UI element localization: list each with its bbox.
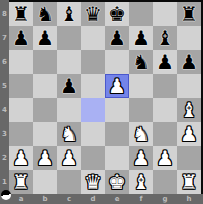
- board: ♜♞♝♛♚♜♟♟♟♟♝♞♟♟♟♟♝♞♞♟♟♟♟♟♟♜♛♚♝♜: [9, 2, 201, 194]
- file-label-d: d: [81, 194, 105, 204]
- square-g1[interactable]: [153, 170, 177, 194]
- square-f4[interactable]: [129, 98, 153, 122]
- square-d8[interactable]: ♛: [81, 2, 105, 26]
- square-a6[interactable]: [9, 50, 33, 74]
- black-knight[interactable]: ♞: [36, 2, 54, 26]
- square-e3[interactable]: [105, 122, 129, 146]
- square-c2[interactable]: ♟: [57, 146, 81, 170]
- square-b5[interactable]: [33, 74, 57, 98]
- black-pawn[interactable]: ♟: [108, 26, 126, 50]
- square-b1[interactable]: [33, 170, 57, 194]
- square-d1[interactable]: ♛: [81, 170, 105, 194]
- black-pawn[interactable]: ♟: [132, 26, 150, 50]
- square-e4[interactable]: [105, 98, 129, 122]
- file-label-g: g: [153, 194, 177, 204]
- black-queen[interactable]: ♛: [84, 2, 102, 26]
- square-a5[interactable]: [9, 74, 33, 98]
- square-c6[interactable]: [57, 50, 81, 74]
- file-label-a: a: [9, 194, 33, 204]
- square-d2[interactable]: [81, 146, 105, 170]
- chess-board-app: 87654321 ♜♞♝♛♚♜♟♟♟♟♝♞♟♟♟♟♝♞♞♟♟♟♟♟♟♜♛♚♝♜ …: [0, 0, 203, 204]
- white-knight[interactable]: ♞: [60, 122, 78, 146]
- rank-label-8: 8: [0, 2, 9, 26]
- black-bishop[interactable]: ♝: [60, 2, 78, 26]
- square-e5[interactable]: ♟: [105, 74, 129, 98]
- rank-label-2: 2: [0, 146, 9, 170]
- black-rook[interactable]: ♜: [180, 2, 198, 26]
- square-a1[interactable]: ♜: [9, 170, 33, 194]
- square-d5[interactable]: [81, 74, 105, 98]
- square-h6[interactable]: ♟: [177, 50, 201, 74]
- file-label-f: f: [129, 194, 153, 204]
- black-pawn[interactable]: ♟: [180, 50, 198, 74]
- rank-label-6: 6: [0, 50, 9, 74]
- white-bishop[interactable]: ♝: [132, 170, 150, 194]
- white-pawn[interactable]: ♟: [36, 146, 54, 170]
- square-h7[interactable]: [177, 26, 201, 50]
- turn-indicator-icon: [1, 190, 11, 200]
- square-h1[interactable]: ♜: [177, 170, 201, 194]
- white-pawn[interactable]: ♟: [132, 146, 150, 170]
- board-frame: ♜♞♝♛♚♜♟♟♟♟♝♞♟♟♟♟♝♞♞♟♟♟♟♟♟♜♛♚♝♜: [9, 0, 203, 194]
- square-b3[interactable]: [33, 122, 57, 146]
- square-g6[interactable]: ♟: [153, 50, 177, 74]
- rank-labels: 87654321: [0, 2, 9, 194]
- rank-label-5: 5: [0, 74, 9, 98]
- file-label-e: e: [105, 194, 129, 204]
- rank-label-4: 4: [0, 98, 9, 122]
- white-pawn[interactable]: ♟: [12, 146, 30, 170]
- square-g8[interactable]: [153, 2, 177, 26]
- white-pawn[interactable]: ♟: [156, 146, 174, 170]
- square-d6[interactable]: [81, 50, 105, 74]
- square-c8[interactable]: ♝: [57, 2, 81, 26]
- square-a2[interactable]: ♟: [9, 146, 33, 170]
- square-f7[interactable]: ♟: [129, 26, 153, 50]
- white-knight[interactable]: ♞: [132, 122, 150, 146]
- square-f3[interactable]: ♞: [129, 122, 153, 146]
- black-bishop[interactable]: ♝: [156, 26, 174, 50]
- square-d3[interactable]: [81, 122, 105, 146]
- square-h4[interactable]: ♝: [177, 98, 201, 122]
- square-f1[interactable]: ♝: [129, 170, 153, 194]
- square-f6[interactable]: ♞: [129, 50, 153, 74]
- black-pawn[interactable]: ♟: [12, 26, 30, 50]
- square-d4[interactable]: [81, 98, 105, 122]
- rank-label-7: 7: [0, 26, 9, 50]
- square-h8[interactable]: ♜: [177, 2, 201, 26]
- square-a3[interactable]: [9, 122, 33, 146]
- square-c5[interactable]: ♟: [57, 74, 81, 98]
- white-pawn[interactable]: ♟: [60, 146, 78, 170]
- white-queen[interactable]: ♛: [84, 170, 102, 194]
- square-c1[interactable]: [57, 170, 81, 194]
- black-rook[interactable]: ♜: [12, 2, 30, 26]
- square-b2[interactable]: ♟: [33, 146, 57, 170]
- square-h5[interactable]: [177, 74, 201, 98]
- square-a7[interactable]: ♟: [9, 26, 33, 50]
- square-f2[interactable]: ♟: [129, 146, 153, 170]
- square-a8[interactable]: ♜: [9, 2, 33, 26]
- file-label-b: b: [33, 194, 57, 204]
- square-e7[interactable]: ♟: [105, 26, 129, 50]
- white-bishop[interactable]: ♝: [180, 98, 198, 122]
- square-e8[interactable]: ♚: [105, 2, 129, 26]
- square-f5[interactable]: [129, 74, 153, 98]
- white-rook[interactable]: ♜: [180, 170, 198, 194]
- rank-label-3: 3: [0, 122, 9, 146]
- square-e2[interactable]: [105, 146, 129, 170]
- black-pawn[interactable]: ♟: [60, 74, 78, 98]
- white-king[interactable]: ♚: [108, 170, 126, 194]
- square-h3[interactable]: ♟: [177, 122, 201, 146]
- square-a4[interactable]: [9, 98, 33, 122]
- square-e6[interactable]: [105, 50, 129, 74]
- square-d7[interactable]: [81, 26, 105, 50]
- white-pawn[interactable]: ♟: [180, 122, 198, 146]
- black-knight[interactable]: ♞: [132, 50, 150, 74]
- square-g3[interactable]: [153, 122, 177, 146]
- square-g2[interactable]: ♟: [153, 146, 177, 170]
- square-g7[interactable]: ♝: [153, 26, 177, 50]
- white-pawn[interactable]: ♟: [108, 74, 126, 98]
- square-f8[interactable]: [129, 2, 153, 26]
- file-labels: abcdefgh: [9, 194, 201, 204]
- white-rook[interactable]: ♜: [12, 170, 30, 194]
- square-h2[interactable]: [177, 146, 201, 170]
- square-b7[interactable]: ♟: [33, 26, 57, 50]
- file-label-c: c: [57, 194, 81, 204]
- square-g4[interactable]: [153, 98, 177, 122]
- square-b6[interactable]: [33, 50, 57, 74]
- black-king[interactable]: ♚: [108, 2, 126, 26]
- square-c4[interactable]: [57, 98, 81, 122]
- square-b8[interactable]: ♞: [33, 2, 57, 26]
- black-pawn[interactable]: ♟: [36, 26, 54, 50]
- square-g5[interactable]: [153, 74, 177, 98]
- square-b4[interactable]: [33, 98, 57, 122]
- square-c7[interactable]: [57, 26, 81, 50]
- file-label-h: h: [177, 194, 201, 204]
- square-e1[interactable]: ♚: [105, 170, 129, 194]
- square-c3[interactable]: ♞: [57, 122, 81, 146]
- black-pawn[interactable]: ♟: [156, 50, 174, 74]
